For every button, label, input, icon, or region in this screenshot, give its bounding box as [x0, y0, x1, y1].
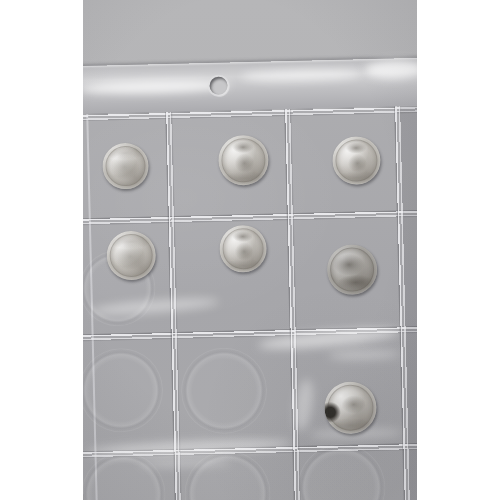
reflection-highlight [241, 68, 361, 82]
reflection-highlight [83, 79, 230, 96]
coin-r1c2 [218, 135, 269, 186]
coin-r1c3 [332, 136, 381, 185]
binder-hole [209, 77, 227, 95]
white-margin-right [417, 0, 500, 500]
screenshot [0, 0, 500, 500]
reflection-highlight [365, 60, 417, 79]
coin-r3c3 [324, 381, 377, 434]
album-page [83, 58, 417, 500]
reflection-highlight [328, 349, 400, 360]
coin-r1c1 [102, 143, 149, 190]
coin-r2c3 [326, 244, 377, 295]
coin-r2c2 [218, 224, 266, 272]
pocket-impression [184, 450, 272, 500]
page-top-strip [83, 58, 417, 115]
white-margin-left [0, 0, 83, 500]
pocket-impression [180, 347, 268, 435]
coin-r2c1 [106, 230, 156, 280]
coin-album-photo [83, 0, 417, 500]
pocket-impression [83, 347, 164, 433]
pocket-seam-horizontal-2 [83, 210, 417, 226]
